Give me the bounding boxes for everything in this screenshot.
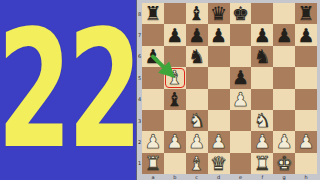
file-label-g: g (273, 174, 295, 180)
square-e8[interactable]: ♚ (230, 3, 252, 24)
square-f7[interactable]: ♟ (251, 24, 273, 45)
piece-white-rook[interactable]: ♜ (254, 154, 271, 173)
piece-white-knight[interactable]: ♞ (254, 111, 271, 130)
square-b2[interactable]: ♟ (164, 131, 186, 152)
file-label-e: e (230, 174, 252, 180)
square-a4[interactable] (142, 89, 164, 110)
video-thumbnail: 22 87654321 ♜♝♛♚♜♟♟♟♟♟♟♟♞♞♝♟♝♟♞♞♟♟♟♟♟♟♟♜… (0, 0, 320, 180)
piece-white-pawn[interactable]: ♟ (232, 90, 249, 109)
square-d4[interactable] (208, 89, 230, 110)
episode-number: 22 (0, 9, 138, 171)
piece-black-rook[interactable]: ♜ (298, 4, 315, 23)
file-label-a: a (142, 174, 164, 180)
piece-black-pawn[interactable]: ♟ (210, 26, 227, 45)
square-d2[interactable]: ♟ (208, 131, 230, 152)
square-a1[interactable]: ♜ (142, 153, 164, 174)
square-b7[interactable]: ♟ (164, 24, 186, 45)
square-g4[interactable] (273, 89, 295, 110)
piece-white-bishop[interactable]: ♝ (166, 68, 183, 87)
square-h5[interactable] (295, 67, 317, 88)
piece-white-pawn[interactable]: ♟ (166, 132, 183, 151)
square-h6[interactable] (295, 46, 317, 67)
square-c4[interactable] (186, 89, 208, 110)
square-c7[interactable]: ♟ (186, 24, 208, 45)
square-f5[interactable] (251, 67, 273, 88)
piece-black-queen[interactable]: ♛ (210, 4, 227, 23)
file-label-b: b (164, 174, 186, 180)
file-label-c: c (186, 174, 208, 180)
square-h8[interactable]: ♜ (295, 3, 317, 24)
square-a5[interactable] (142, 67, 164, 88)
piece-white-pawn[interactable]: ♟ (298, 132, 315, 151)
square-c5[interactable] (186, 67, 208, 88)
piece-white-pawn[interactable]: ♟ (188, 132, 205, 151)
square-a2[interactable]: ♟ (142, 131, 164, 152)
piece-white-queen[interactable]: ♛ (210, 154, 227, 173)
square-e5[interactable]: ♟ (230, 67, 252, 88)
piece-white-pawn[interactable]: ♟ (210, 132, 227, 151)
square-a7[interactable] (142, 24, 164, 45)
square-c6[interactable]: ♞ (186, 46, 208, 67)
piece-white-bishop[interactable]: ♝ (188, 154, 205, 173)
piece-black-knight[interactable]: ♞ (188, 47, 205, 66)
square-b6[interactable] (164, 46, 186, 67)
piece-black-pawn[interactable]: ♟ (298, 26, 315, 45)
chess-board[interactable]: ♜♝♛♚♜♟♟♟♟♟♟♟♞♞♝♟♝♟♞♞♟♟♟♟♟♟♟♜♝♛♜♚ (142, 3, 317, 174)
piece-black-pawn[interactable]: ♟ (188, 26, 205, 45)
file-label-f: f (251, 174, 273, 180)
square-b3[interactable] (164, 110, 186, 131)
square-c8[interactable]: ♝ (186, 3, 208, 24)
square-h7[interactable]: ♟ (295, 24, 317, 45)
square-f8[interactable] (251, 3, 273, 24)
episode-panel: 22 (0, 0, 136, 180)
square-e7[interactable] (230, 24, 252, 45)
chess-board-frame: 87654321 ♜♝♛♚♜♟♟♟♟♟♟♟♞♞♝♟♝♟♞♞♟♟♟♟♟♟♟♜♝♛♜… (136, 0, 320, 180)
square-d3[interactable] (208, 110, 230, 131)
square-h2[interactable]: ♟ (295, 131, 317, 152)
square-f3[interactable]: ♞ (251, 110, 273, 131)
piece-black-pawn[interactable]: ♟ (254, 26, 271, 45)
piece-black-pawn[interactable]: ♟ (276, 26, 293, 45)
square-f4[interactable] (251, 89, 273, 110)
piece-black-bishop[interactable]: ♝ (188, 4, 205, 23)
board-area: ♜♝♛♚♜♟♟♟♟♟♟♟♞♞♝♟♝♟♞♞♟♟♟♟♟♟♟♜♝♛♜♚ (142, 3, 317, 174)
square-h3[interactable] (295, 110, 317, 131)
piece-white-king[interactable]: ♚ (276, 154, 293, 173)
square-b5[interactable]: ♝ (164, 67, 186, 88)
square-d1[interactable]: ♛ (208, 153, 230, 174)
square-g5[interactable] (273, 67, 295, 88)
square-a6[interactable]: ♟ (142, 46, 164, 67)
square-e4[interactable]: ♟ (230, 89, 252, 110)
piece-black-knight[interactable]: ♞ (254, 47, 271, 66)
file-label-h: h (295, 174, 317, 180)
square-a8[interactable]: ♜ (142, 3, 164, 24)
square-b1[interactable] (164, 153, 186, 174)
piece-black-king[interactable]: ♚ (232, 4, 249, 23)
square-h4[interactable] (295, 89, 317, 110)
piece-black-pawn[interactable]: ♟ (166, 26, 183, 45)
piece-black-bishop[interactable]: ♝ (166, 90, 183, 109)
square-g2[interactable]: ♟ (273, 131, 295, 152)
square-g6[interactable] (273, 46, 295, 67)
square-g7[interactable]: ♟ (273, 24, 295, 45)
square-d6[interactable] (208, 46, 230, 67)
piece-black-pawn[interactable]: ♟ (232, 68, 249, 87)
square-d7[interactable]: ♟ (208, 24, 230, 45)
file-labels: abcdefgh (142, 174, 317, 180)
square-b4[interactable]: ♝ (164, 89, 186, 110)
piece-black-rook[interactable]: ♜ (144, 4, 161, 23)
square-h1[interactable] (295, 153, 317, 174)
square-e1[interactable] (230, 153, 252, 174)
square-d5[interactable] (208, 67, 230, 88)
file-label-d: d (208, 174, 230, 180)
square-a3[interactable] (142, 110, 164, 131)
piece-white-pawn[interactable]: ♟ (254, 132, 271, 151)
square-g8[interactable] (273, 3, 295, 24)
square-e3[interactable] (230, 110, 252, 131)
square-d8[interactable]: ♛ (208, 3, 230, 24)
square-e6[interactable] (230, 46, 252, 67)
square-g1[interactable]: ♚ (273, 153, 295, 174)
piece-white-pawn[interactable]: ♟ (276, 132, 293, 151)
piece-white-rook[interactable]: ♜ (144, 154, 161, 173)
square-g3[interactable] (273, 110, 295, 131)
square-e2[interactable] (230, 131, 252, 152)
square-f6[interactable]: ♞ (251, 46, 273, 67)
square-c1[interactable]: ♝ (186, 153, 208, 174)
piece-black-pawn[interactable]: ♟ (144, 47, 161, 66)
square-c3[interactable]: ♞ (186, 110, 208, 131)
piece-white-pawn[interactable]: ♟ (144, 132, 161, 151)
square-f2[interactable]: ♟ (251, 131, 273, 152)
square-b8[interactable] (164, 3, 186, 24)
piece-white-knight[interactable]: ♞ (188, 111, 205, 130)
square-f1[interactable]: ♜ (251, 153, 273, 174)
square-c2[interactable]: ♟ (186, 131, 208, 152)
